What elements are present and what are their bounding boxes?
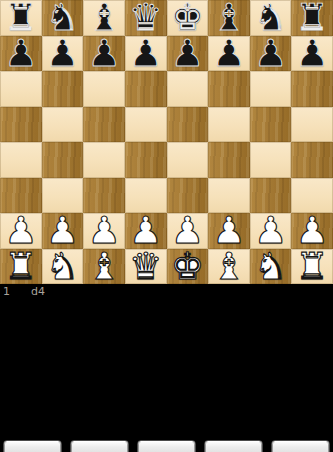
piece-black-king[interactable]: ♚ xyxy=(171,0,204,36)
square-d1[interactable]: ♛ xyxy=(125,249,167,285)
piece-white-pawn[interactable]: ♟ xyxy=(212,213,245,249)
square-f1[interactable]: ♝ xyxy=(208,249,250,285)
square-b4[interactable] xyxy=(42,142,84,178)
piece-black-bishop[interactable]: ♝ xyxy=(87,0,120,36)
square-h2[interactable]: ♟ xyxy=(291,213,333,249)
square-e2[interactable]: ♟ xyxy=(167,213,209,249)
square-a5[interactable] xyxy=(0,107,42,143)
square-b1[interactable]: ♞ xyxy=(42,249,84,285)
square-g6[interactable] xyxy=(250,71,292,107)
piece-black-pawn[interactable]: ♟ xyxy=(254,36,287,72)
piece-white-rook[interactable]: ♜ xyxy=(4,249,37,285)
toolbar-button-5[interactable] xyxy=(271,440,330,452)
square-d6[interactable] xyxy=(125,71,167,107)
square-h8[interactable]: ♜ xyxy=(291,0,333,36)
square-e6[interactable] xyxy=(167,71,209,107)
square-d4[interactable] xyxy=(125,142,167,178)
piece-white-queen[interactable]: ♛ xyxy=(129,249,162,285)
piece-white-rook[interactable]: ♜ xyxy=(296,249,329,285)
square-b7[interactable]: ♟ xyxy=(42,36,84,72)
piece-black-pawn[interactable]: ♟ xyxy=(46,36,79,72)
toolbar-button-2[interactable] xyxy=(70,440,129,452)
piece-white-pawn[interactable]: ♟ xyxy=(129,213,162,249)
toolbar-button-1[interactable] xyxy=(3,440,62,452)
square-g5[interactable] xyxy=(250,107,292,143)
square-a7[interactable]: ♟ xyxy=(0,36,42,72)
square-e4[interactable] xyxy=(167,142,209,178)
square-g7[interactable]: ♟ xyxy=(250,36,292,72)
square-b3[interactable] xyxy=(42,178,84,214)
piece-white-pawn[interactable]: ♟ xyxy=(46,213,79,249)
bottom-toolbar xyxy=(0,440,333,452)
square-h5[interactable] xyxy=(291,107,333,143)
square-f5[interactable] xyxy=(208,107,250,143)
square-g2[interactable]: ♟ xyxy=(250,213,292,249)
piece-white-king[interactable]: ♚ xyxy=(171,249,204,285)
square-a8[interactable]: ♜ xyxy=(0,0,42,36)
piece-black-pawn[interactable]: ♟ xyxy=(171,36,204,72)
move-number: 1 xyxy=(3,284,10,299)
piece-black-pawn[interactable]: ♟ xyxy=(212,36,245,72)
square-a6[interactable] xyxy=(0,71,42,107)
square-g3[interactable] xyxy=(250,178,292,214)
square-g1[interactable]: ♞ xyxy=(250,249,292,285)
square-h4[interactable] xyxy=(291,142,333,178)
square-c6[interactable] xyxy=(83,71,125,107)
piece-white-knight[interactable]: ♞ xyxy=(46,249,79,285)
piece-white-knight[interactable]: ♞ xyxy=(254,249,287,285)
toolbar-button-3[interactable] xyxy=(137,440,196,452)
square-b8[interactable]: ♞ xyxy=(42,0,84,36)
square-b6[interactable] xyxy=(42,71,84,107)
piece-black-rook[interactable]: ♜ xyxy=(296,0,329,36)
square-c4[interactable] xyxy=(83,142,125,178)
square-e8[interactable]: ♚ xyxy=(167,0,209,36)
square-h1[interactable]: ♜ xyxy=(291,249,333,285)
square-d8[interactable]: ♛ xyxy=(125,0,167,36)
chess-board: ♜♞♝♛♚♝♞♜♟♟♟♟♟♟♟♟♟♟♟♟♟♟♟♟♜♞♝♛♚♝♞♜ xyxy=(0,0,333,284)
square-c5[interactable] xyxy=(83,107,125,143)
square-c7[interactable]: ♟ xyxy=(83,36,125,72)
square-g8[interactable]: ♞ xyxy=(250,0,292,36)
piece-black-bishop[interactable]: ♝ xyxy=(212,0,245,36)
piece-black-pawn[interactable]: ♟ xyxy=(87,36,120,72)
square-c1[interactable]: ♝ xyxy=(83,249,125,285)
piece-black-pawn[interactable]: ♟ xyxy=(129,36,162,72)
square-d7[interactable]: ♟ xyxy=(125,36,167,72)
square-d5[interactable] xyxy=(125,107,167,143)
square-e1[interactable]: ♚ xyxy=(167,249,209,285)
square-f4[interactable] xyxy=(208,142,250,178)
piece-white-pawn[interactable]: ♟ xyxy=(296,213,329,249)
square-e7[interactable]: ♟ xyxy=(167,36,209,72)
square-e3[interactable] xyxy=(167,178,209,214)
piece-white-bishop[interactable]: ♝ xyxy=(212,249,245,285)
square-f7[interactable]: ♟ xyxy=(208,36,250,72)
piece-white-pawn[interactable]: ♟ xyxy=(87,213,120,249)
square-h3[interactable] xyxy=(291,178,333,214)
square-f8[interactable]: ♝ xyxy=(208,0,250,36)
square-a2[interactable]: ♟ xyxy=(0,213,42,249)
piece-black-knight[interactable]: ♞ xyxy=(46,0,79,36)
square-f2[interactable]: ♟ xyxy=(208,213,250,249)
piece-black-pawn[interactable]: ♟ xyxy=(296,36,329,72)
square-a3[interactable] xyxy=(0,178,42,214)
square-g4[interactable] xyxy=(250,142,292,178)
move-white: d4 xyxy=(31,284,45,299)
piece-black-knight[interactable]: ♞ xyxy=(254,0,287,36)
piece-white-pawn[interactable]: ♟ xyxy=(254,213,287,249)
square-f3[interactable] xyxy=(208,178,250,214)
square-c3[interactable] xyxy=(83,178,125,214)
toolbar-button-4[interactable] xyxy=(204,440,263,452)
square-b5[interactable] xyxy=(42,107,84,143)
move-list-bar: 1 d4 xyxy=(0,284,333,299)
piece-black-rook[interactable]: ♜ xyxy=(4,0,37,36)
piece-white-bishop[interactable]: ♝ xyxy=(87,249,120,285)
piece-black-queen[interactable]: ♛ xyxy=(129,0,162,36)
square-d2[interactable]: ♟ xyxy=(125,213,167,249)
square-b2[interactable]: ♟ xyxy=(42,213,84,249)
square-f6[interactable] xyxy=(208,71,250,107)
square-d3[interactable] xyxy=(125,178,167,214)
square-c8[interactable]: ♝ xyxy=(83,0,125,36)
piece-white-pawn[interactable]: ♟ xyxy=(4,213,37,249)
square-a1[interactable]: ♜ xyxy=(0,249,42,285)
square-h6[interactable] xyxy=(291,71,333,107)
square-c2[interactable]: ♟ xyxy=(83,213,125,249)
square-e5[interactable] xyxy=(167,107,209,143)
square-a4[interactable] xyxy=(0,142,42,178)
piece-black-pawn[interactable]: ♟ xyxy=(4,36,37,72)
piece-white-pawn[interactable]: ♟ xyxy=(171,213,204,249)
square-h7[interactable]: ♟ xyxy=(291,36,333,72)
